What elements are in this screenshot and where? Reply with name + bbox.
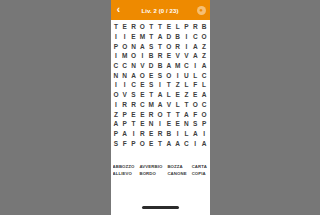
grid-cell[interactable]: O	[129, 51, 138, 61]
grid-cell[interactable]: R	[129, 100, 138, 110]
grid-cell[interactable]: O	[191, 100, 200, 110]
grid-cell[interactable]: T	[173, 109, 182, 119]
grid-cell[interactable]: V	[164, 100, 173, 110]
grid-cell[interactable]: I	[156, 80, 165, 90]
grid-cell[interactable]: A	[173, 138, 182, 148]
grid-cell[interactable]: D	[147, 61, 156, 71]
grid-cell[interactable]: I	[112, 100, 121, 110]
grid-cell[interactable]: F	[191, 80, 200, 90]
grid-cell[interactable]: T	[156, 22, 165, 32]
grid-cell[interactable]: O	[164, 41, 173, 51]
grid-cell[interactable]: T	[129, 119, 138, 129]
grid-cell[interactable]: E	[147, 129, 156, 139]
grid-cell[interactable]: L	[173, 22, 182, 32]
grid-cell[interactable]: R	[138, 129, 147, 139]
word-item: ABBOZZO	[113, 164, 135, 170]
word-item: COPIA	[192, 171, 207, 177]
grid-cell[interactable]: V	[173, 51, 182, 61]
grid-cell[interactable]: N	[129, 61, 138, 71]
grid-cell[interactable]: O	[120, 41, 129, 51]
grid-cell[interactable]: P	[112, 129, 121, 139]
grid-cell[interactable]: I	[138, 51, 147, 61]
grid-cell[interactable]: N	[147, 119, 156, 129]
grid-cell[interactable]: B	[156, 61, 165, 71]
grid-cell[interactable]: T	[147, 32, 156, 42]
grid-cell[interactable]: C	[200, 70, 209, 80]
grid-cell[interactable]: A	[129, 70, 138, 80]
grid-cell[interactable]: O	[138, 22, 147, 32]
grid-cell[interactable]: L	[182, 129, 191, 139]
grid-cell[interactable]: F	[120, 138, 129, 148]
grid-cell[interactable]: T	[147, 90, 156, 100]
grid-cell[interactable]: F	[191, 109, 200, 119]
grid-cell[interactable]: E	[173, 90, 182, 100]
grid-cell[interactable]: O	[200, 32, 209, 42]
grid-cell[interactable]: T	[182, 100, 191, 110]
grid-cell[interactable]: S	[147, 41, 156, 51]
grid-cell[interactable]: A	[164, 138, 173, 148]
grid-cell[interactable]: B	[147, 51, 156, 61]
grid-cell[interactable]: E	[164, 51, 173, 61]
word-list-column: ABBOZZOALLIEVO	[113, 164, 135, 179]
grid-cell[interactable]: O	[138, 138, 147, 148]
grid-cell[interactable]: A	[191, 41, 200, 51]
grid-cell[interactable]: T	[156, 41, 165, 51]
grid-cell[interactable]: I	[173, 129, 182, 139]
grid-cell[interactable]: M	[147, 100, 156, 110]
grid-cell[interactable]: R	[129, 22, 138, 32]
grid-cell[interactable]: O	[200, 109, 209, 119]
word-list-column: CARTACOPIA	[192, 164, 207, 179]
grid-cell[interactable]: E	[191, 90, 200, 100]
letter-grid[interactable]: TEROTTELPRBIIEMTADBICOPONASTORIAZIMOIBRE…	[112, 22, 209, 148]
grid-cell[interactable]: E	[147, 70, 156, 80]
grid-cell[interactable]: L	[200, 80, 209, 90]
word-item: BORDO	[139, 171, 162, 177]
grid-cell[interactable]: C	[138, 100, 147, 110]
grid-cell[interactable]: N	[129, 41, 138, 51]
grid-cell[interactable]: A	[156, 32, 165, 42]
word-item: CANONE	[167, 171, 186, 177]
grid-cell[interactable]: I	[182, 32, 191, 42]
grid-cell[interactable]: P	[200, 119, 209, 129]
grid-cell[interactable]: I	[191, 61, 200, 71]
grid-cell[interactable]: A	[200, 61, 209, 71]
grid-cell[interactable]: O	[138, 70, 147, 80]
grid-cell[interactable]: I	[112, 32, 121, 42]
grid-cell[interactable]: I	[129, 129, 138, 139]
grid-cell[interactable]: R	[191, 22, 200, 32]
grid-cell[interactable]: E	[129, 109, 138, 119]
grid-cell[interactable]: E	[138, 119, 147, 129]
grid-cell[interactable]: E	[138, 109, 147, 119]
grid-cell[interactable]: Z	[200, 51, 209, 61]
grid-cell[interactable]: V	[138, 61, 147, 71]
grid-cell[interactable]: C	[191, 32, 200, 42]
grid-cell[interactable]: U	[182, 70, 191, 80]
word-item: AVVERBIO	[139, 164, 162, 170]
grid-cell[interactable]: A	[138, 41, 147, 51]
grid-cell[interactable]: A	[200, 138, 209, 148]
grid-cell[interactable]: S	[191, 119, 200, 129]
grid-cell[interactable]: R	[147, 109, 156, 119]
grid-cell[interactable]: V	[182, 51, 191, 61]
grid-cell[interactable]: A	[156, 90, 165, 100]
grid-cell[interactable]: I	[173, 70, 182, 80]
grid-cell[interactable]: S	[129, 90, 138, 100]
grid-cell[interactable]: I	[120, 80, 129, 90]
grid-cell[interactable]: I	[182, 41, 191, 51]
grid-cell[interactable]: I	[200, 129, 209, 139]
grid-cell[interactable]: L	[164, 90, 173, 100]
grid-cell[interactable]: T	[147, 22, 156, 32]
grid-cell[interactable]: B	[173, 32, 182, 42]
word-item: BOZZA	[167, 164, 186, 170]
grid-cell[interactable]: A	[182, 109, 191, 119]
grid-cell[interactable]: B	[200, 22, 209, 32]
grid-cell[interactable]: S	[147, 80, 156, 90]
grid-cell[interactable]: T	[156, 138, 165, 148]
grid-cell[interactable]: O	[164, 70, 173, 80]
grid-cell[interactable]: P	[182, 22, 191, 32]
grid-cell[interactable]: A	[156, 100, 165, 110]
grid-cell[interactable]: C	[182, 61, 191, 71]
grid-cell[interactable]: P	[112, 41, 121, 51]
grid-cell[interactable]: M	[173, 61, 182, 71]
grid-cell[interactable]: E	[164, 22, 173, 32]
grid-cell[interactable]: I	[112, 51, 121, 61]
grid-cell[interactable]: C	[120, 61, 129, 71]
word-list[interactable]: ABBOZZOALLIEVOAVVERBIOBORDOBOZZACANONECA…	[113, 164, 210, 179]
grid-cell[interactable]: I	[120, 32, 129, 42]
grid-cell[interactable]: I	[112, 80, 121, 90]
grid-cell[interactable]: E	[138, 90, 147, 100]
grid-cell[interactable]: N	[120, 70, 129, 80]
grid-cell[interactable]: O	[156, 109, 165, 119]
grid-cell[interactable]: R	[156, 129, 165, 139]
grid-cell[interactable]: A	[200, 90, 209, 100]
grid-cell[interactable]: C	[112, 61, 121, 71]
grid-cell[interactable]: C	[182, 138, 191, 148]
grid-cell[interactable]: M	[138, 32, 147, 42]
grid-cell[interactable]: I	[156, 119, 165, 129]
grid-cell[interactable]: E	[120, 22, 129, 32]
grid-cell[interactable]: E	[129, 32, 138, 42]
word-list-column: BOZZACANONE	[167, 164, 186, 179]
grid-cell[interactable]: T	[164, 80, 173, 90]
grid-cell[interactable]: C	[129, 80, 138, 90]
grid-cell[interactable]: T	[164, 109, 173, 119]
grid-cell[interactable]: R	[173, 41, 182, 51]
grid-cell[interactable]: T	[112, 22, 121, 32]
grid-cell[interactable]: O	[112, 90, 121, 100]
grid-cell[interactable]: E	[147, 138, 156, 148]
grid-cell[interactable]: E	[164, 119, 173, 129]
grid-cell[interactable]: C	[200, 100, 209, 110]
grid-cell[interactable]: R	[156, 51, 165, 61]
grid-cell[interactable]: E	[138, 80, 147, 90]
grid-cell[interactable]: Z	[173, 80, 182, 90]
grid-cell[interactable]: L	[182, 80, 191, 90]
grid-cell[interactable]: P	[129, 138, 138, 148]
hint-lightbulb-icon[interactable]: ●	[197, 6, 206, 15]
word-item: CARTA	[192, 164, 207, 170]
grid-cell[interactable]: S	[156, 70, 165, 80]
grid-cell[interactable]: S	[112, 138, 121, 148]
grid-cell[interactable]: E	[173, 119, 182, 129]
grid-cell[interactable]: P	[120, 119, 129, 129]
grid-cell[interactable]: P	[120, 109, 129, 119]
grid-cell[interactable]: V	[120, 90, 129, 100]
grid-cell[interactable]: R	[120, 100, 129, 110]
grid-cell[interactable]: N	[112, 70, 121, 80]
grid-cell[interactable]: Z	[112, 109, 121, 119]
grid-cell[interactable]: L	[173, 100, 182, 110]
level-title: Liv. 2 (0 / 23)	[111, 7, 210, 15]
app-bar: ‹ Liv. 2 (0 / 23) ●	[111, 0, 210, 20]
grid-cell[interactable]: A	[164, 61, 173, 71]
grid-cell[interactable]: N	[182, 119, 191, 129]
word-list-column: AVVERBIOBORDO	[139, 164, 162, 179]
grid-cell[interactable]: D	[164, 32, 173, 42]
grid-cell[interactable]: A	[191, 51, 200, 61]
grid-cell[interactable]: A	[112, 119, 121, 129]
grid-cell[interactable]: M	[120, 51, 129, 61]
grid-cell[interactable]: B	[164, 129, 173, 139]
gesture-bar[interactable]	[142, 206, 179, 209]
grid-cell[interactable]: Z	[200, 41, 209, 51]
grid-cell[interactable]: I	[191, 138, 200, 148]
grid-cell[interactable]: A	[191, 129, 200, 139]
word-item: ALLIEVO	[113, 171, 135, 177]
grid-cell[interactable]: L	[191, 70, 200, 80]
grid-cell[interactable]: A	[120, 129, 129, 139]
grid-cell[interactable]: Z	[182, 90, 191, 100]
word-search-app: ‹ Liv. 2 (0 / 23) ● TEROTTELPRBIIEMTADBI…	[111, 0, 210, 215]
